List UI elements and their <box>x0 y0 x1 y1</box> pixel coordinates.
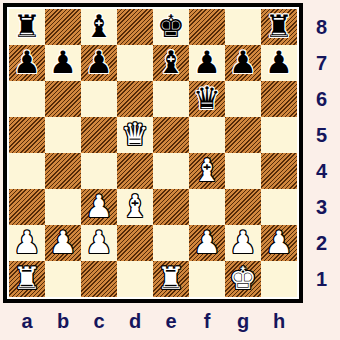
square-e5[interactable] <box>153 117 189 153</box>
square-b2[interactable]: ♟ <box>45 225 81 261</box>
square-a2[interactable]: ♟ <box>9 225 45 261</box>
square-f2[interactable]: ♟ <box>189 225 225 261</box>
square-f1[interactable] <box>189 261 225 297</box>
square-d3[interactable]: ♝ <box>117 189 153 225</box>
piece-black-pawn: ♟ <box>49 44 77 80</box>
piece-black-pawn: ♟ <box>85 44 113 80</box>
square-a7[interactable]: ♟ <box>9 45 45 81</box>
square-g7[interactable]: ♟ <box>225 45 261 81</box>
piece-white-queen: ♛ <box>121 116 149 152</box>
square-d6[interactable] <box>117 81 153 117</box>
rank-label-3: 3 <box>303 189 340 225</box>
square-f6[interactable]: ♛ <box>189 81 225 117</box>
square-b8[interactable] <box>45 9 81 45</box>
square-h4[interactable] <box>261 153 297 189</box>
square-h1[interactable] <box>261 261 297 297</box>
piece-white-pawn: ♟ <box>265 224 293 260</box>
square-a5[interactable] <box>9 117 45 153</box>
square-g3[interactable] <box>225 189 261 225</box>
piece-black-pawn: ♟ <box>229 44 257 80</box>
piece-black-pawn: ♟ <box>265 44 293 80</box>
rank-label-4: 4 <box>303 153 340 189</box>
square-e7[interactable]: ♝ <box>153 45 189 81</box>
square-h5[interactable] <box>261 117 297 153</box>
square-b4[interactable] <box>45 153 81 189</box>
square-h6[interactable] <box>261 81 297 117</box>
rank-label-5: 5 <box>303 117 340 153</box>
piece-white-pawn: ♟ <box>229 224 257 260</box>
file-label-f: f <box>189 303 225 340</box>
piece-white-pawn: ♟ <box>13 224 41 260</box>
square-h8[interactable]: ♜ <box>261 9 297 45</box>
square-e4[interactable] <box>153 153 189 189</box>
square-a1[interactable]: ♜ <box>9 261 45 297</box>
square-f4[interactable]: ♝ <box>189 153 225 189</box>
square-e2[interactable] <box>153 225 189 261</box>
board-border: ♜♝♚♜♟♟♟♝♟♟♟♛♛♝♟♝♟♟♟♟♟♟♜♜♚ <box>3 3 303 303</box>
rank-label-7: 7 <box>303 45 340 81</box>
rank-labels: 87654321 <box>303 9 340 297</box>
square-d1[interactable] <box>117 261 153 297</box>
square-d7[interactable] <box>117 45 153 81</box>
square-b1[interactable] <box>45 261 81 297</box>
file-label-g: g <box>225 303 261 340</box>
file-labels: abcdefgh <box>9 303 297 340</box>
file-label-a: a <box>9 303 45 340</box>
piece-black-rook: ♜ <box>13 8 41 44</box>
square-g1[interactable]: ♚ <box>225 261 261 297</box>
piece-black-bishop: ♝ <box>85 8 113 44</box>
rank-label-8: 8 <box>303 9 340 45</box>
square-e6[interactable] <box>153 81 189 117</box>
square-h2[interactable]: ♟ <box>261 225 297 261</box>
square-f7[interactable]: ♟ <box>189 45 225 81</box>
square-c4[interactable] <box>81 153 117 189</box>
square-g5[interactable] <box>225 117 261 153</box>
file-label-b: b <box>45 303 81 340</box>
piece-white-pawn: ♟ <box>85 188 113 224</box>
file-label-e: e <box>153 303 189 340</box>
piece-white-pawn: ♟ <box>85 224 113 260</box>
rank-label-1: 1 <box>303 261 340 297</box>
rank-label-6: 6 <box>303 81 340 117</box>
square-d5[interactable]: ♛ <box>117 117 153 153</box>
square-f8[interactable] <box>189 9 225 45</box>
piece-white-king: ♚ <box>229 260 257 296</box>
square-g4[interactable] <box>225 153 261 189</box>
piece-white-pawn: ♟ <box>193 224 221 260</box>
file-label-c: c <box>81 303 117 340</box>
square-c5[interactable] <box>81 117 117 153</box>
piece-black-rook: ♜ <box>265 8 293 44</box>
square-h7[interactable]: ♟ <box>261 45 297 81</box>
file-label-d: d <box>117 303 153 340</box>
square-d2[interactable] <box>117 225 153 261</box>
piece-white-bishop: ♝ <box>121 188 149 224</box>
square-b7[interactable]: ♟ <box>45 45 81 81</box>
chess-diagram: ♜♝♚♜♟♟♟♝♟♟♟♛♛♝♟♝♟♟♟♟♟♟♜♜♚ abcdefgh 87654… <box>0 0 340 340</box>
square-b5[interactable] <box>45 117 81 153</box>
square-f5[interactable] <box>189 117 225 153</box>
rank-label-2: 2 <box>303 225 340 261</box>
square-g8[interactable] <box>225 9 261 45</box>
square-a6[interactable] <box>9 81 45 117</box>
piece-white-rook: ♜ <box>157 260 185 296</box>
square-a3[interactable] <box>9 189 45 225</box>
square-d8[interactable] <box>117 9 153 45</box>
square-g2[interactable]: ♟ <box>225 225 261 261</box>
square-a4[interactable] <box>9 153 45 189</box>
square-g6[interactable] <box>225 81 261 117</box>
piece-black-pawn: ♟ <box>13 44 41 80</box>
square-c1[interactable] <box>81 261 117 297</box>
piece-white-pawn: ♟ <box>49 224 77 260</box>
piece-white-bishop: ♝ <box>193 152 221 188</box>
piece-white-rook: ♜ <box>13 260 41 296</box>
piece-black-bishop: ♝ <box>157 44 185 80</box>
file-label-h: h <box>261 303 297 340</box>
square-c7[interactable]: ♟ <box>81 45 117 81</box>
square-f3[interactable] <box>189 189 225 225</box>
square-b3[interactable] <box>45 189 81 225</box>
square-e1[interactable]: ♜ <box>153 261 189 297</box>
square-a8[interactable]: ♜ <box>9 9 45 45</box>
chess-board: ♜♝♚♜♟♟♟♝♟♟♟♛♛♝♟♝♟♟♟♟♟♟♜♜♚ <box>9 9 297 297</box>
square-e8[interactable]: ♚ <box>153 9 189 45</box>
square-c8[interactable]: ♝ <box>81 9 117 45</box>
square-c6[interactable] <box>81 81 117 117</box>
piece-black-pawn: ♟ <box>193 44 221 80</box>
square-d4[interactable] <box>117 153 153 189</box>
square-c3[interactable]: ♟ <box>81 189 117 225</box>
square-h3[interactable] <box>261 189 297 225</box>
piece-black-king: ♚ <box>157 8 185 44</box>
piece-black-queen: ♛ <box>193 80 221 116</box>
square-c2[interactable]: ♟ <box>81 225 117 261</box>
square-e3[interactable] <box>153 189 189 225</box>
board-inner-line: ♜♝♚♜♟♟♟♝♟♟♟♛♛♝♟♝♟♟♟♟♟♟♜♜♚ <box>7 7 299 299</box>
square-b6[interactable] <box>45 81 81 117</box>
